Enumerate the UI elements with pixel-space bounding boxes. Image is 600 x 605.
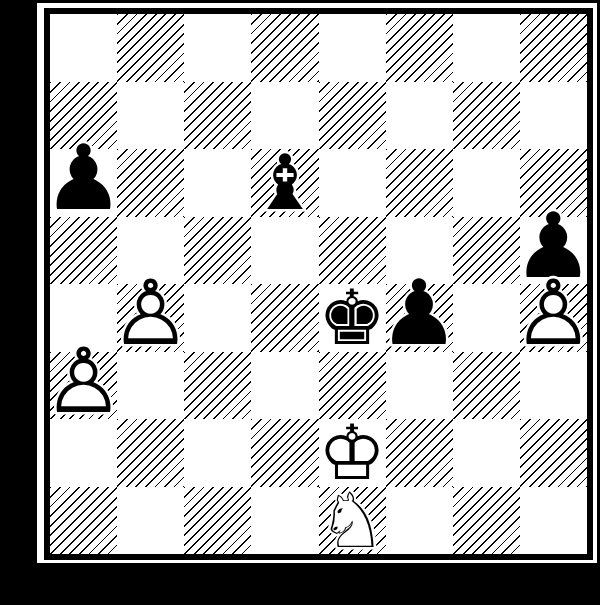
piece-black-king[interactable]: ♚♚ <box>319 284 386 352</box>
piece-white-pawn[interactable]: ♟♙ <box>117 284 184 352</box>
square-c3[interactable] <box>184 352 251 420</box>
piece-white-pawn[interactable]: ♟♙ <box>50 352 117 420</box>
square-f2[interactable] <box>386 419 453 487</box>
square-e4[interactable]: ♚♚ <box>319 284 386 352</box>
piece-glyph-ink: ♟ <box>386 279 453 347</box>
square-f6[interactable] <box>386 149 453 217</box>
square-h3[interactable] <box>520 352 587 420</box>
piece-glyph-ink: ♟ <box>520 212 587 280</box>
square-e8[interactable] <box>319 14 386 82</box>
square-c7[interactable] <box>184 82 251 150</box>
square-b1[interactable] <box>117 487 184 555</box>
piece-white-knight[interactable]: ♞♘ <box>319 487 386 555</box>
square-b4[interactable]: ♟♙ <box>117 284 184 352</box>
square-e7[interactable] <box>319 82 386 150</box>
square-h8[interactable] <box>520 14 587 82</box>
square-g8[interactable] <box>453 14 520 82</box>
square-b7[interactable] <box>117 82 184 150</box>
square-c1[interactable] <box>184 487 251 555</box>
square-c6[interactable] <box>184 149 251 217</box>
square-h5[interactable]: ♟♟ <box>520 217 587 285</box>
piece-glyph-ink: ♔ <box>319 419 386 487</box>
square-f5[interactable] <box>386 217 453 285</box>
piece-glyph-halo: ♟ <box>50 144 117 212</box>
square-d7[interactable] <box>251 82 318 150</box>
square-f1[interactable] <box>386 487 453 555</box>
square-g7[interactable] <box>453 82 520 150</box>
piece-glyph-ink: ♘ <box>319 487 386 555</box>
piece-glyph-halo: ♝ <box>251 149 318 217</box>
square-a5[interactable] <box>50 217 117 285</box>
square-a8[interactable] <box>50 14 117 82</box>
square-a2[interactable] <box>50 419 117 487</box>
square-b8[interactable] <box>117 14 184 82</box>
square-f7[interactable] <box>386 82 453 150</box>
square-d6[interactable]: ♝♝ <box>251 149 318 217</box>
square-f3[interactable] <box>386 352 453 420</box>
piece-black-pawn[interactable]: ♟♟ <box>386 284 453 352</box>
square-b5[interactable] <box>117 217 184 285</box>
square-d8[interactable] <box>251 14 318 82</box>
piece-glyph-halo: ♟ <box>117 279 184 347</box>
chess-board: ♟♟♝♝♟♟♟♙♚♚♟♟♟♙♟♙♚♔♞♘ <box>50 14 587 554</box>
piece-black-pawn[interactable]: ♟♟ <box>50 149 117 217</box>
square-g3[interactable] <box>453 352 520 420</box>
square-d4[interactable] <box>251 284 318 352</box>
square-g2[interactable] <box>453 419 520 487</box>
square-h7[interactable] <box>520 82 587 150</box>
square-c4[interactable] <box>184 284 251 352</box>
piece-white-pawn[interactable]: ♟♙ <box>520 284 587 352</box>
piece-glyph-ink: ♙ <box>117 279 184 347</box>
square-a1[interactable] <box>50 487 117 555</box>
piece-white-king[interactable]: ♚♔ <box>319 419 386 487</box>
square-b3[interactable] <box>117 352 184 420</box>
square-b2[interactable] <box>117 419 184 487</box>
square-c2[interactable] <box>184 419 251 487</box>
square-e1[interactable]: ♞♘ <box>319 487 386 555</box>
square-a7[interactable] <box>50 82 117 150</box>
piece-glyph-ink: ♙ <box>520 279 587 347</box>
square-d3[interactable] <box>251 352 318 420</box>
piece-glyph-halo: ♟ <box>386 279 453 347</box>
piece-black-pawn[interactable]: ♟♟ <box>520 217 587 285</box>
square-d1[interactable] <box>251 487 318 555</box>
square-b6[interactable] <box>117 149 184 217</box>
piece-glyph-ink: ♙ <box>50 347 117 415</box>
square-h4[interactable]: ♟♙ <box>520 284 587 352</box>
square-c8[interactable] <box>184 14 251 82</box>
square-e3[interactable] <box>319 352 386 420</box>
square-e5[interactable] <box>319 217 386 285</box>
square-a4[interactable] <box>50 284 117 352</box>
piece-glyph-ink: ♚ <box>319 284 386 352</box>
piece-glyph-ink: ♟ <box>50 144 117 212</box>
piece-glyph-halo: ♚ <box>319 284 386 352</box>
square-c5[interactable] <box>184 217 251 285</box>
square-d2[interactable] <box>251 419 318 487</box>
square-g6[interactable] <box>453 149 520 217</box>
square-f8[interactable] <box>386 14 453 82</box>
piece-glyph-halo: ♚ <box>319 419 386 487</box>
piece-glyph-halo: ♟ <box>520 279 587 347</box>
piece-glyph-halo: ♟ <box>50 347 117 415</box>
square-h6[interactable] <box>520 149 587 217</box>
piece-glyph-ink: ♝ <box>251 149 318 217</box>
square-e6[interactable] <box>319 149 386 217</box>
piece-glyph-halo: ♟ <box>520 212 587 280</box>
square-h1[interactable] <box>520 487 587 555</box>
square-h2[interactable] <box>520 419 587 487</box>
board-panel: ♟♟♝♝♟♟♟♙♚♚♟♟♟♙♟♙♚♔♞♘ <box>37 3 597 563</box>
square-f4[interactable]: ♟♟ <box>386 284 453 352</box>
square-e2[interactable]: ♚♔ <box>319 419 386 487</box>
square-a6[interactable]: ♟♟ <box>50 149 117 217</box>
piece-glyph-halo: ♞ <box>319 487 386 555</box>
square-a3[interactable]: ♟♙ <box>50 352 117 420</box>
square-d5[interactable] <box>251 217 318 285</box>
piece-black-bishop[interactable]: ♝♝ <box>251 149 318 217</box>
square-g4[interactable] <box>453 284 520 352</box>
board-frame: ♟♟♝♝♟♟♟♙♚♚♟♟♟♙♟♙♚♔♞♘ <box>44 8 593 560</box>
square-g1[interactable] <box>453 487 520 555</box>
square-g5[interactable] <box>453 217 520 285</box>
chess-diagram: { "game": "chess", "position": { "fen": … <box>0 0 600 605</box>
